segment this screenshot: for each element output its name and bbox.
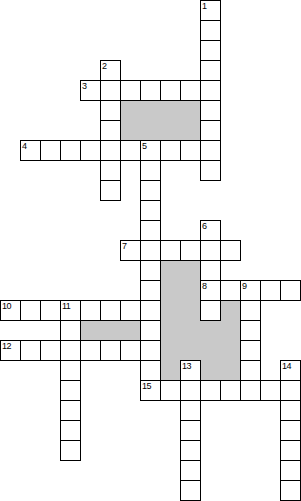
- crossword-cell[interactable]: 7: [120, 240, 141, 261]
- crossword-cell[interactable]: [40, 300, 61, 321]
- crossword-cell[interactable]: [200, 60, 221, 81]
- crossword-cell[interactable]: 14: [280, 360, 301, 381]
- clue-number: 6: [202, 221, 207, 231]
- crossword-cell[interactable]: [60, 360, 81, 381]
- crossword-cell[interactable]: [100, 100, 121, 121]
- crossword-cell[interactable]: 4: [20, 140, 41, 161]
- crossword-cell[interactable]: [100, 340, 121, 361]
- crossword-cell[interactable]: [140, 180, 161, 201]
- blocked-cell: [160, 360, 181, 381]
- crossword-cell[interactable]: [200, 120, 221, 141]
- crossword-board: 123456789101112131415: [0, 0, 301, 501]
- blocked-cell: [100, 320, 121, 341]
- crossword-cell[interactable]: [280, 280, 301, 301]
- crossword-cell[interactable]: [140, 200, 161, 221]
- crossword-cell[interactable]: [280, 420, 301, 441]
- crossword-cell[interactable]: [200, 300, 221, 321]
- crossword-cell[interactable]: [140, 340, 161, 361]
- crossword-cell[interactable]: [200, 140, 221, 161]
- crossword-cell[interactable]: [60, 140, 81, 161]
- blocked-cell: [160, 320, 181, 341]
- crossword-cell[interactable]: [200, 160, 221, 181]
- crossword-cell[interactable]: 2: [100, 60, 121, 81]
- crossword-cell[interactable]: [160, 240, 181, 261]
- crossword-cell[interactable]: [100, 80, 121, 101]
- blocked-cell: [180, 120, 201, 141]
- crossword-cell[interactable]: 9: [240, 280, 261, 301]
- crossword-cell[interactable]: [200, 380, 221, 401]
- crossword-cell[interactable]: 13: [180, 360, 201, 381]
- crossword-cell[interactable]: [220, 380, 241, 401]
- crossword-cell[interactable]: [140, 360, 161, 381]
- blocked-cell: [180, 340, 201, 361]
- blocked-cell: [180, 100, 201, 121]
- crossword-cell[interactable]: [60, 440, 81, 461]
- crossword-cell[interactable]: [120, 300, 141, 321]
- blocked-cell: [180, 260, 201, 281]
- clue-number: 10: [2, 301, 11, 311]
- crossword-cell[interactable]: 5: [140, 140, 161, 161]
- blocked-cell: [180, 320, 201, 341]
- crossword-cell[interactable]: 11: [60, 300, 81, 321]
- crossword-cell[interactable]: [180, 380, 201, 401]
- crossword-cell[interactable]: [140, 300, 161, 321]
- crossword-cell[interactable]: [200, 80, 221, 101]
- crossword-cell[interactable]: [200, 260, 221, 281]
- crossword-cell[interactable]: 12: [0, 340, 21, 361]
- crossword-cell[interactable]: [120, 340, 141, 361]
- clue-number: 7: [122, 241, 127, 251]
- blocked-cell: [180, 280, 201, 301]
- blocked-cell: [220, 300, 241, 321]
- clue-number: 9: [242, 281, 247, 291]
- crossword-cell[interactable]: [240, 380, 261, 401]
- crossword-cell[interactable]: [140, 260, 161, 281]
- crossword-cell[interactable]: [60, 320, 81, 341]
- blocked-cell: [200, 320, 221, 341]
- crossword-cell[interactable]: 8: [200, 280, 221, 301]
- crossword-cell[interactable]: [60, 400, 81, 421]
- crossword-cell[interactable]: [280, 440, 301, 461]
- crossword-cell[interactable]: [200, 100, 221, 121]
- crossword-cell[interactable]: [220, 240, 241, 261]
- crossword-cell[interactable]: [240, 360, 261, 381]
- crossword-cell[interactable]: [120, 140, 141, 161]
- crossword-cell[interactable]: [120, 80, 141, 101]
- crossword-cell[interactable]: [280, 400, 301, 421]
- blocked-cell: [120, 120, 141, 141]
- crossword-cell[interactable]: [180, 80, 201, 101]
- crossword-cell[interactable]: [140, 160, 161, 181]
- blocked-cell: [80, 320, 101, 341]
- crossword-cell[interactable]: [140, 320, 161, 341]
- blocked-cell: [160, 300, 181, 321]
- crossword-cell[interactable]: [180, 460, 201, 481]
- clue-number: 13: [182, 361, 191, 371]
- crossword-cell[interactable]: 3: [80, 80, 101, 101]
- clue-number: 4: [22, 141, 27, 151]
- crossword-cell[interactable]: [240, 300, 261, 321]
- crossword-cell[interactable]: [80, 340, 101, 361]
- clue-number: 11: [62, 301, 70, 311]
- crossword-cell[interactable]: [100, 180, 121, 201]
- crossword-cell[interactable]: [40, 340, 61, 361]
- crossword-cell[interactable]: [260, 280, 281, 301]
- crossword-cell[interactable]: [60, 380, 81, 401]
- clue-number: 3: [82, 81, 87, 91]
- clue-number: 2: [102, 61, 107, 71]
- crossword-cell[interactable]: [140, 220, 161, 241]
- crossword-cell[interactable]: [180, 420, 201, 441]
- crossword-cell[interactable]: [220, 280, 241, 301]
- crossword-cell[interactable]: [240, 320, 261, 341]
- crossword-cell[interactable]: [20, 340, 41, 361]
- blocked-cell: [160, 280, 181, 301]
- crossword-cell[interactable]: [100, 140, 121, 161]
- crossword-cell[interactable]: [20, 300, 41, 321]
- crossword-cell[interactable]: [180, 440, 201, 461]
- blocked-cell: [220, 340, 241, 361]
- crossword-cell[interactable]: 10: [0, 300, 21, 321]
- clue-number: 12: [2, 341, 11, 351]
- blocked-cell: [160, 260, 181, 281]
- clue-number: 8: [202, 281, 207, 291]
- crossword-cell[interactable]: [280, 380, 301, 401]
- blocked-cell: [120, 320, 141, 341]
- clue-number: 1: [202, 1, 207, 11]
- crossword-cell[interactable]: [100, 300, 121, 321]
- crossword-cell[interactable]: [240, 340, 261, 361]
- crossword-cell[interactable]: [40, 140, 61, 161]
- blocked-cell: [120, 100, 141, 121]
- crossword-cell[interactable]: [100, 120, 121, 141]
- crossword-cell[interactable]: 15: [140, 380, 161, 401]
- crossword-cell[interactable]: [200, 240, 221, 261]
- crossword-cell[interactable]: [60, 420, 81, 441]
- crossword-cell[interactable]: [180, 140, 201, 161]
- clue-number: 14: [282, 361, 291, 371]
- clue-number: 5: [142, 141, 147, 151]
- crossword-cell[interactable]: [180, 480, 201, 501]
- crossword-cell[interactable]: 6: [200, 220, 221, 241]
- blocked-cell: [220, 360, 241, 381]
- clue-number: 15: [142, 381, 151, 391]
- blocked-cell: [160, 340, 181, 361]
- crossword-cell[interactable]: [140, 280, 161, 301]
- crossword-cell[interactable]: [180, 400, 201, 421]
- crossword-cell[interactable]: [80, 300, 101, 321]
- crossword-cell[interactable]: [160, 140, 181, 161]
- blocked-cell: [180, 300, 201, 321]
- crossword-cell[interactable]: [260, 380, 281, 401]
- crossword-cell[interactable]: [160, 80, 181, 101]
- crossword-cell[interactable]: [280, 480, 301, 501]
- blocked-cell: [220, 320, 241, 341]
- blocked-cell: [160, 100, 181, 121]
- blocked-cell: [160, 120, 181, 141]
- crossword-cell[interactable]: [160, 380, 181, 401]
- blocked-cell: [200, 340, 221, 361]
- blocked-cell: [140, 120, 161, 141]
- crossword-cell[interactable]: [200, 20, 221, 41]
- crossword-cell[interactable]: [140, 80, 161, 101]
- blocked-cell: [140, 100, 161, 121]
- crossword-cell[interactable]: [80, 140, 101, 161]
- crossword-cell[interactable]: 1: [200, 0, 221, 21]
- crossword-cell[interactable]: [140, 240, 161, 261]
- crossword-cell[interactable]: [180, 240, 201, 261]
- blocked-cell: [200, 360, 221, 381]
- crossword-cell[interactable]: [100, 160, 121, 181]
- crossword-cell[interactable]: [60, 340, 81, 361]
- crossword-cell[interactable]: [200, 40, 221, 61]
- crossword-cell[interactable]: [280, 460, 301, 481]
